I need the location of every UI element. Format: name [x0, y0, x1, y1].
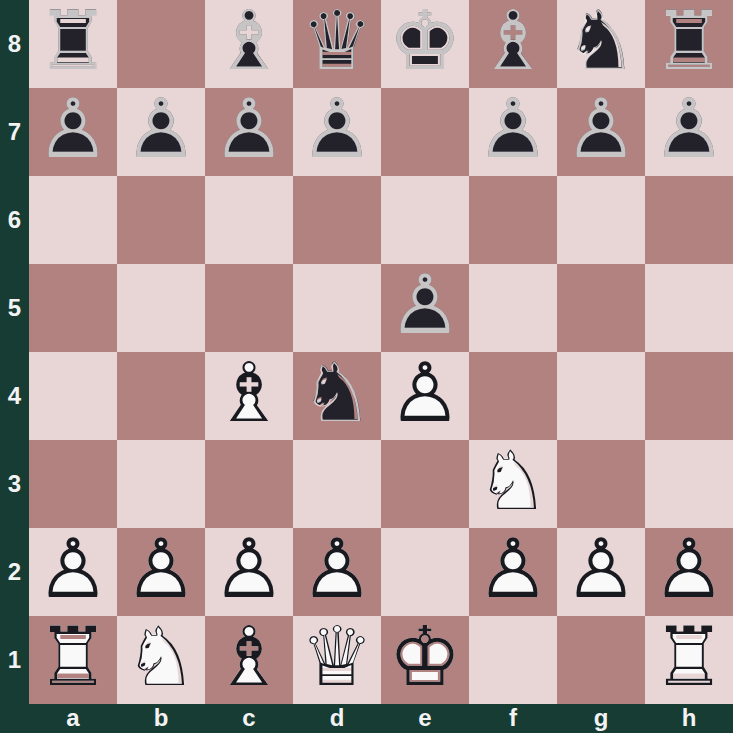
white-pawn-detail-icon: ♙: [469, 525, 557, 613]
square-b6[interactable]: [117, 176, 205, 264]
square-a3[interactable]: [29, 440, 117, 528]
square-d7[interactable]: ♟♙: [293, 88, 381, 176]
square-d6[interactable]: [293, 176, 381, 264]
file-label-d: d: [293, 704, 381, 733]
white-pawn-detail-icon: ♙: [557, 525, 645, 613]
file-label-f: f: [469, 704, 557, 733]
black-pawn-detail-icon: ♙: [381, 261, 469, 349]
rank-label-8: 8: [0, 0, 29, 88]
black-pawn-detail-icon: ♙: [557, 85, 645, 173]
white-king-detail-icon: ♔: [381, 613, 469, 701]
black-pawn-detail-icon: ♙: [205, 85, 293, 173]
square-b3[interactable]: [117, 440, 205, 528]
square-d8[interactable]: ♛♕: [293, 0, 381, 88]
square-d5[interactable]: [293, 264, 381, 352]
black-knight-detail-icon: ♘: [557, 0, 645, 85]
square-d4[interactable]: ♞♘: [293, 352, 381, 440]
black-bishop-detail-icon: ♗: [205, 0, 293, 85]
black-pawn-detail-icon: ♙: [469, 85, 557, 173]
square-f6[interactable]: [469, 176, 557, 264]
square-b8[interactable]: [117, 0, 205, 88]
square-c2[interactable]: ♟♙: [205, 528, 293, 616]
square-h6[interactable]: [645, 176, 733, 264]
square-b4[interactable]: [117, 352, 205, 440]
white-knight-detail-icon: ♘: [469, 437, 557, 525]
white-bishop-detail-icon: ♗: [205, 613, 293, 701]
black-bishop-detail-icon: ♗: [469, 0, 557, 85]
square-a5[interactable]: [29, 264, 117, 352]
square-a7[interactable]: ♟♙: [29, 88, 117, 176]
white-pawn-detail-icon: ♙: [645, 525, 733, 613]
square-g7[interactable]: ♟♙: [557, 88, 645, 176]
white-pawn-detail-icon: ♙: [117, 525, 205, 613]
square-d1[interactable]: ♛♕: [293, 616, 381, 704]
square-c7[interactable]: ♟♙: [205, 88, 293, 176]
file-label-h: h: [645, 704, 733, 733]
square-c8[interactable]: ♝♗: [205, 0, 293, 88]
square-a4[interactable]: [29, 352, 117, 440]
rank-label-7: 7: [0, 88, 29, 176]
black-rook-detail-icon: ♖: [645, 0, 733, 85]
white-pawn-detail-icon: ♙: [293, 525, 381, 613]
square-e8[interactable]: ♚♔: [381, 0, 469, 88]
white-queen-detail-icon: ♕: [293, 613, 381, 701]
white-pawn-detail-icon: ♙: [29, 525, 117, 613]
square-e4[interactable]: ♟♙: [381, 352, 469, 440]
rank-label-5: 5: [0, 264, 29, 352]
square-h3[interactable]: [645, 440, 733, 528]
black-rook-detail-icon: ♖: [29, 0, 117, 85]
square-b1[interactable]: ♞♘: [117, 616, 205, 704]
square-a2[interactable]: ♟♙: [29, 528, 117, 616]
square-a6[interactable]: [29, 176, 117, 264]
square-b5[interactable]: [117, 264, 205, 352]
black-pawn-detail-icon: ♙: [117, 85, 205, 173]
rank-label-1: 1: [0, 616, 29, 704]
square-c4[interactable]: ♝♗: [205, 352, 293, 440]
square-a1[interactable]: ♜♖: [29, 616, 117, 704]
square-g8[interactable]: ♞♘: [557, 0, 645, 88]
square-h1[interactable]: ♜♖: [645, 616, 733, 704]
square-d3[interactable]: [293, 440, 381, 528]
square-h2[interactable]: ♟♙: [645, 528, 733, 616]
white-pawn-detail-icon: ♙: [205, 525, 293, 613]
black-knight-detail-icon: ♘: [293, 349, 381, 437]
square-g4[interactable]: [557, 352, 645, 440]
white-rook-detail-icon: ♖: [645, 613, 733, 701]
square-f1[interactable]: [469, 616, 557, 704]
square-h7[interactable]: ♟♙: [645, 88, 733, 176]
rank-labels: 87654321: [0, 0, 29, 704]
file-label-e: e: [381, 704, 469, 733]
square-c3[interactable]: [205, 440, 293, 528]
black-queen-detail-icon: ♕: [293, 0, 381, 85]
file-label-c: c: [205, 704, 293, 733]
chess-board-window: 87654321 ♜♖♝♗♛♕♚♔♝♗♞♘♜♖♟♙♟♙♟♙♟♙♟♙♟♙♟♙♟♙♝…: [0, 0, 733, 733]
black-king-detail-icon: ♔: [381, 0, 469, 85]
square-g1[interactable]: [557, 616, 645, 704]
square-g2[interactable]: ♟♙: [557, 528, 645, 616]
square-g3[interactable]: [557, 440, 645, 528]
file-label-b: b: [117, 704, 205, 733]
square-f2[interactable]: ♟♙: [469, 528, 557, 616]
rank-label-2: 2: [0, 528, 29, 616]
square-g5[interactable]: [557, 264, 645, 352]
square-e1[interactable]: ♚♔: [381, 616, 469, 704]
square-f8[interactable]: ♝♗: [469, 0, 557, 88]
square-c6[interactable]: [205, 176, 293, 264]
square-c1[interactable]: ♝♗: [205, 616, 293, 704]
file-label-g: g: [557, 704, 645, 733]
square-h4[interactable]: [645, 352, 733, 440]
square-h5[interactable]: [645, 264, 733, 352]
square-f4[interactable]: [469, 352, 557, 440]
white-bishop-detail-icon: ♗: [205, 349, 293, 437]
square-e5[interactable]: ♟♙: [381, 264, 469, 352]
file-label-a: a: [29, 704, 117, 733]
black-pawn-detail-icon: ♙: [29, 85, 117, 173]
square-f5[interactable]: [469, 264, 557, 352]
square-f3[interactable]: ♞♘: [469, 440, 557, 528]
black-pawn-detail-icon: ♙: [645, 85, 733, 173]
rank-label-3: 3: [0, 440, 29, 528]
square-e7[interactable]: [381, 88, 469, 176]
square-h8[interactable]: ♜♖: [645, 0, 733, 88]
square-e2[interactable]: [381, 528, 469, 616]
rank-label-4: 4: [0, 352, 29, 440]
white-rook-detail-icon: ♖: [29, 613, 117, 701]
square-d2[interactable]: ♟♙: [293, 528, 381, 616]
square-g6[interactable]: [557, 176, 645, 264]
white-knight-detail-icon: ♘: [117, 613, 205, 701]
black-pawn-detail-icon: ♙: [293, 85, 381, 173]
square-a8[interactable]: ♜♖: [29, 0, 117, 88]
square-c5[interactable]: [205, 264, 293, 352]
square-e3[interactable]: [381, 440, 469, 528]
file-labels: abcdefgh: [29, 704, 733, 733]
chess-board[interactable]: ♜♖♝♗♛♕♚♔♝♗♞♘♜♖♟♙♟♙♟♙♟♙♟♙♟♙♟♙♟♙♝♗♞♘♟♙♞♘♟♙…: [29, 0, 733, 704]
square-b7[interactable]: ♟♙: [117, 88, 205, 176]
square-f7[interactable]: ♟♙: [469, 88, 557, 176]
square-e6[interactable]: [381, 176, 469, 264]
square-b2[interactable]: ♟♙: [117, 528, 205, 616]
rank-label-6: 6: [0, 176, 29, 264]
white-pawn-detail-icon: ♙: [381, 349, 469, 437]
